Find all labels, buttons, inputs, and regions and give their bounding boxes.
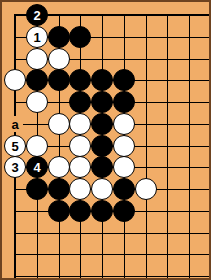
stone-black[interactable] xyxy=(48,200,70,222)
point-label-a[interactable]: a xyxy=(7,116,23,132)
stone-white-move-3[interactable]: 3 xyxy=(4,156,26,178)
stone-white[interactable] xyxy=(26,48,48,70)
stone-white-move-5[interactable]: 5 xyxy=(4,135,26,157)
stone-white[interactable] xyxy=(69,156,91,178)
stone-black[interactable] xyxy=(113,69,135,91)
stone-white[interactable] xyxy=(135,178,157,200)
stone-black[interactable] xyxy=(91,69,113,91)
go-board[interactable]: 21534a xyxy=(0,0,211,280)
stone-white-move-1[interactable]: 1 xyxy=(26,26,48,48)
stone-black[interactable] xyxy=(69,91,91,113)
stone-black[interactable] xyxy=(48,178,70,200)
stone-white[interactable] xyxy=(26,91,48,113)
stone-white[interactable] xyxy=(4,69,26,91)
stone-black[interactable] xyxy=(91,135,113,157)
stone-black[interactable] xyxy=(69,200,91,222)
stone-black[interactable] xyxy=(113,91,135,113)
grid-line-horizontal xyxy=(14,254,209,255)
stone-black[interactable] xyxy=(91,200,113,222)
stone-black[interactable] xyxy=(91,113,113,135)
grid-line-horizontal xyxy=(14,233,209,234)
stone-black[interactable] xyxy=(113,200,135,222)
stone-black[interactable] xyxy=(91,91,113,113)
stone-black[interactable] xyxy=(69,26,91,48)
stone-white[interactable] xyxy=(69,113,91,135)
stone-black-move-4[interactable]: 4 xyxy=(26,156,48,178)
stone-black[interactable] xyxy=(48,69,70,91)
stone-black[interactable] xyxy=(48,26,70,48)
stone-white[interactable] xyxy=(48,113,70,135)
stone-white[interactable] xyxy=(48,48,70,70)
stone-white[interactable] xyxy=(113,156,135,178)
stone-white[interactable] xyxy=(69,135,91,157)
stone-black[interactable] xyxy=(69,69,91,91)
stone-black[interactable] xyxy=(91,156,113,178)
stone-black[interactable] xyxy=(26,69,48,91)
stone-white[interactable] xyxy=(113,135,135,157)
stone-black-move-2[interactable]: 2 xyxy=(26,4,48,26)
stone-black[interactable] xyxy=(113,178,135,200)
stone-white[interactable] xyxy=(26,135,48,157)
stone-white[interactable] xyxy=(91,178,113,200)
grid-line-horizontal xyxy=(14,276,209,277)
stone-white[interactable] xyxy=(113,113,135,135)
stone-white[interactable] xyxy=(69,178,91,200)
stone-black[interactable] xyxy=(26,178,48,200)
stone-white[interactable] xyxy=(48,156,70,178)
